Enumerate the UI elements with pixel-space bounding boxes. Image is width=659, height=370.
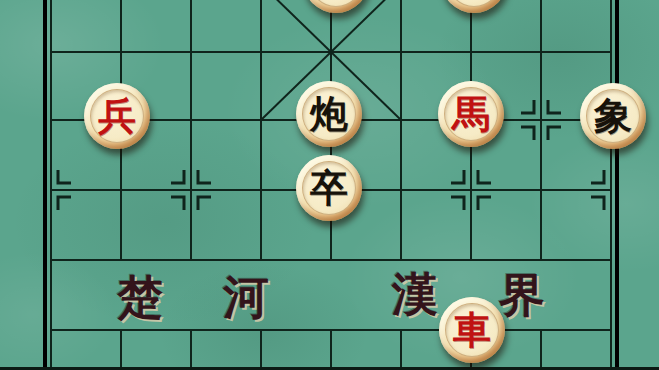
piece-char <box>441 0 507 13</box>
piece-char: 象 <box>580 83 646 149</box>
piece-char <box>303 0 369 13</box>
piece-black-soldier-e4[interactable]: 卒 <box>296 155 362 221</box>
piece-char: 卒 <box>296 155 362 221</box>
river-label-he: 河 <box>223 274 269 320</box>
piece-char: 馬 <box>438 81 504 147</box>
piece-char: 炮 <box>296 81 362 147</box>
piece-char: 兵 <box>84 83 150 149</box>
river-label-chu: 楚 <box>117 274 163 320</box>
river-label-han: 漢 <box>392 271 438 317</box>
xiangqi-board-screen: 楚 河 漢 界 兵 炮 馬 象 卒 車 <box>0 0 659 370</box>
piece-red-horse-g3[interactable]: 馬 <box>438 81 504 147</box>
piece-cropped-e1[interactable] <box>303 0 369 13</box>
piece-cropped-g1[interactable] <box>441 0 507 13</box>
piece-red-chariot-g6[interactable]: 車 <box>439 297 505 363</box>
piece-char: 車 <box>439 297 505 363</box>
piece-red-soldier-b3[interactable]: 兵 <box>84 83 150 149</box>
river-label-jie: 界 <box>499 272 545 318</box>
piece-black-elephant-i3[interactable]: 象 <box>580 83 646 149</box>
piece-black-cannon-e3[interactable]: 炮 <box>296 81 362 147</box>
